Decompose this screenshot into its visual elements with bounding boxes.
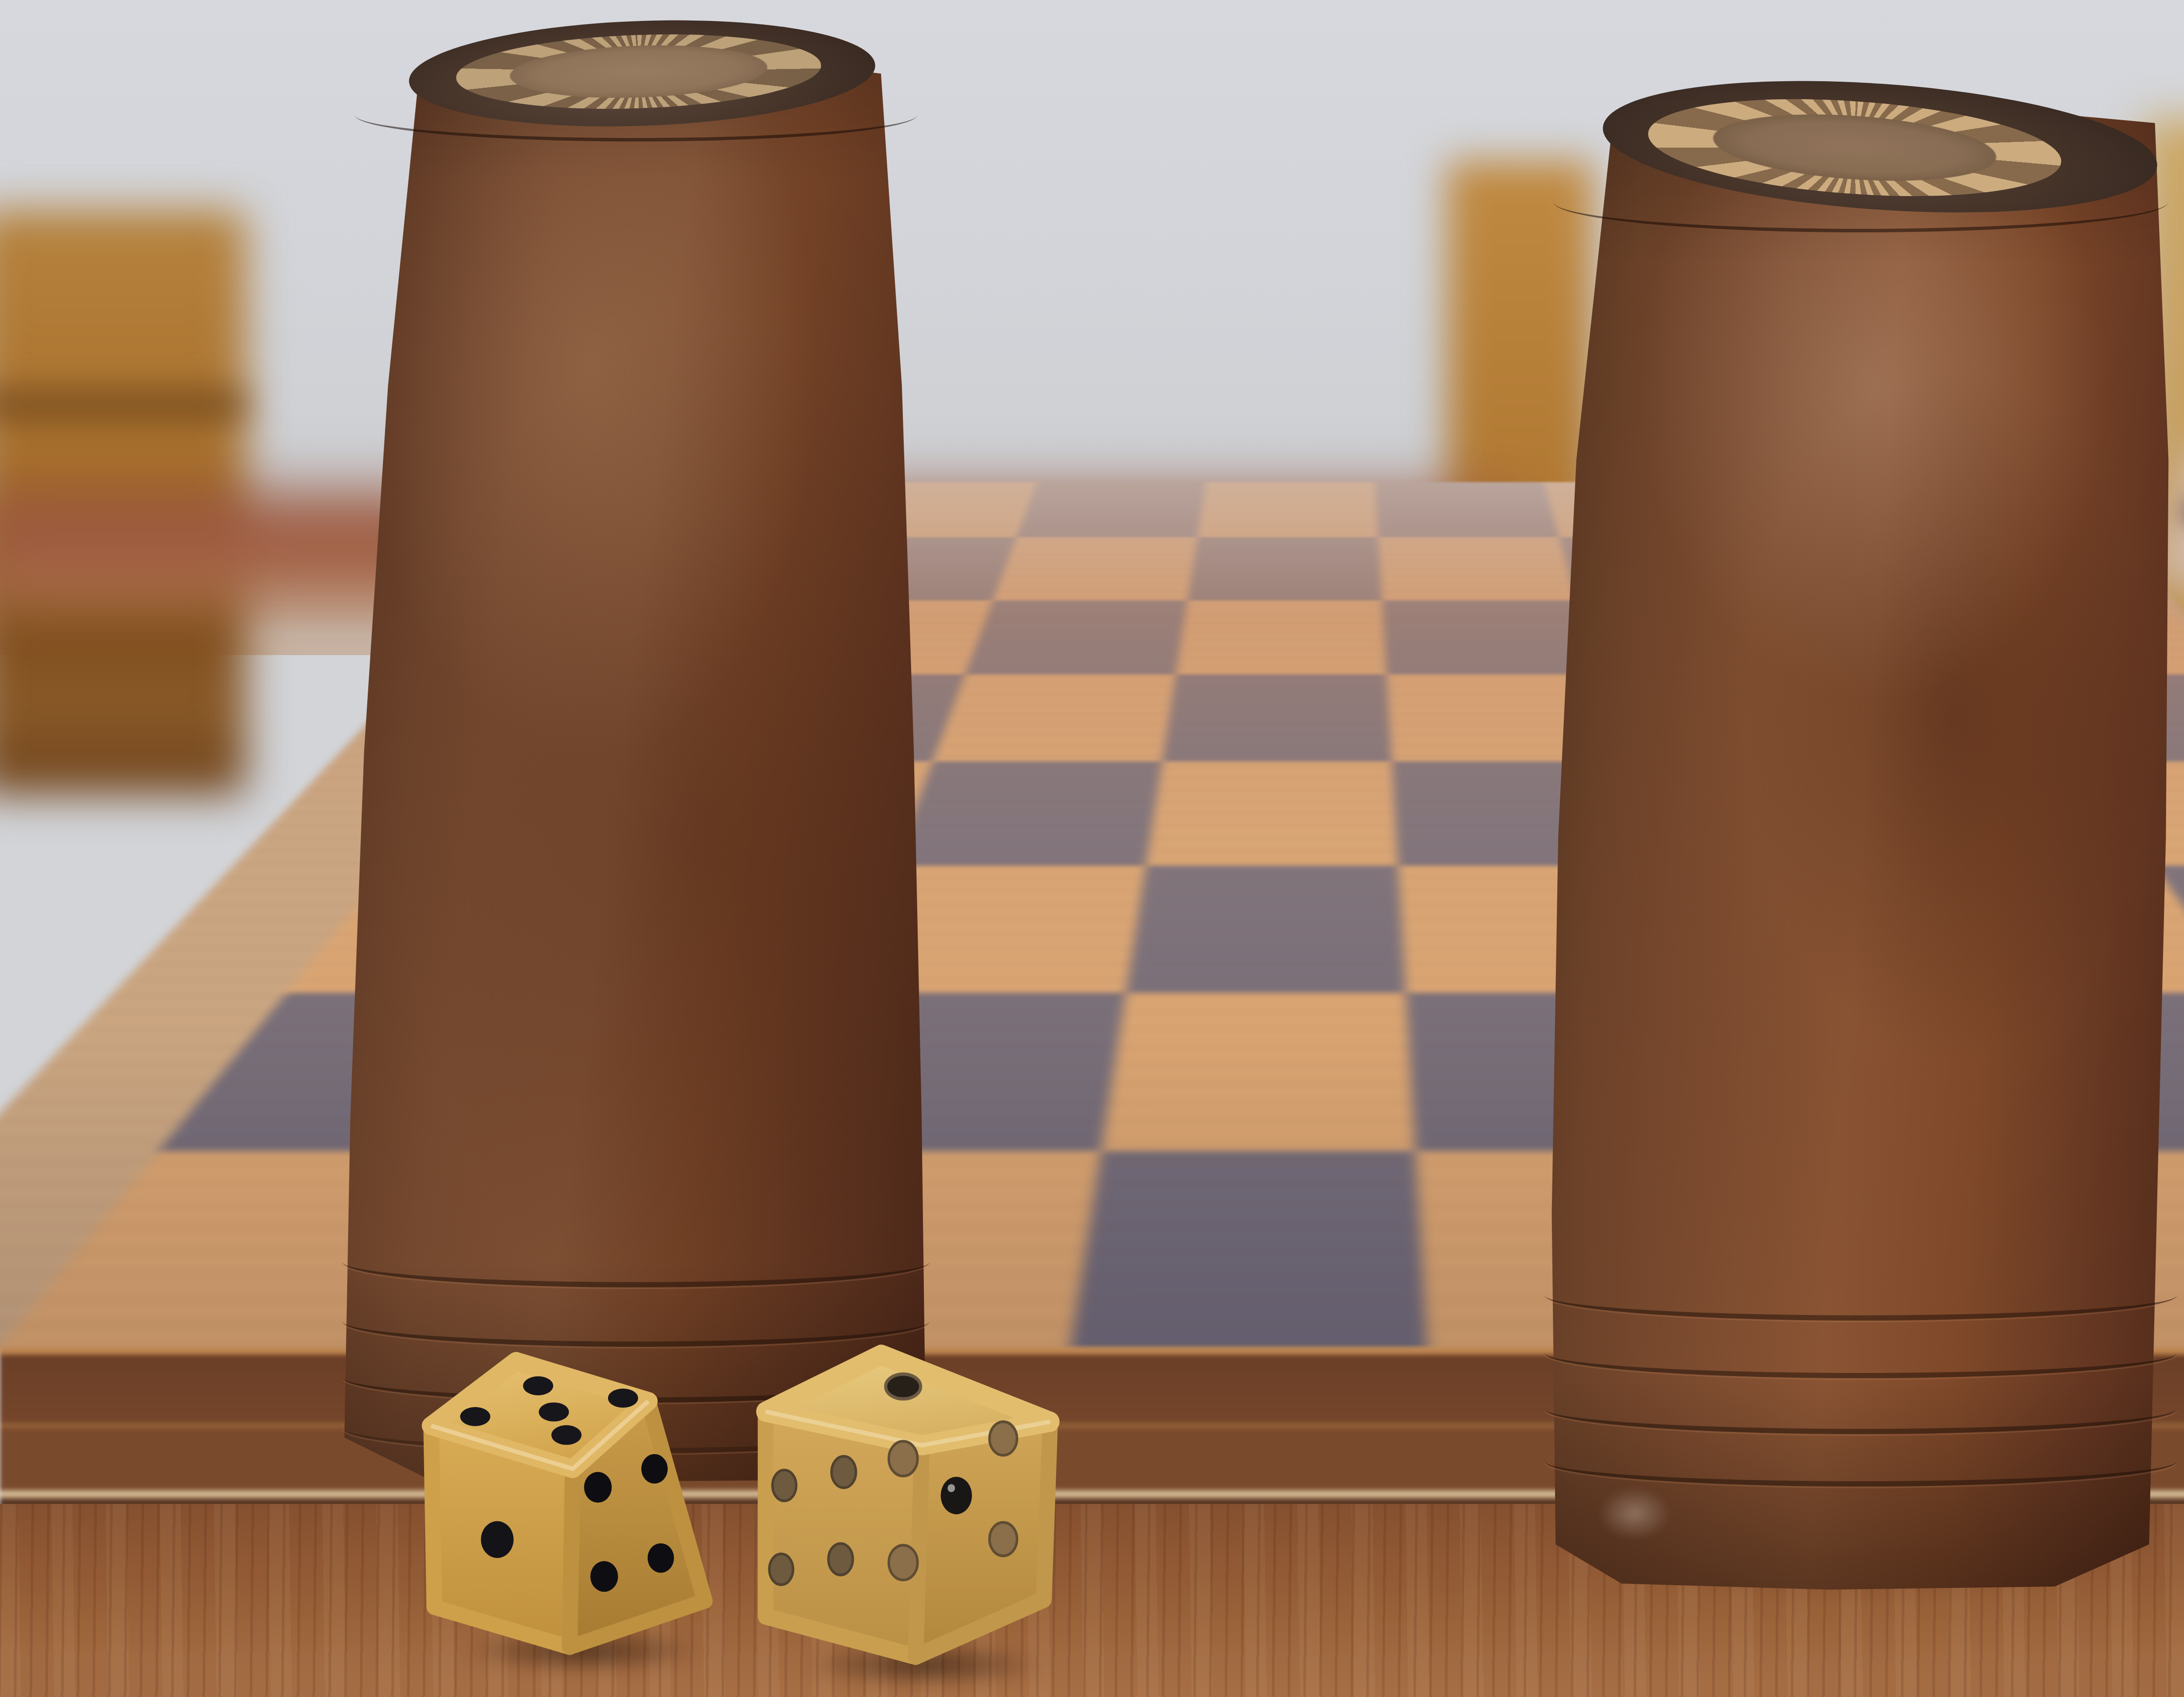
right-cup-groove-ring xyxy=(1544,1383,2177,1434)
background-box-left-lid-line xyxy=(0,393,245,417)
dice-cup-left xyxy=(337,21,935,1481)
scene-stage xyxy=(0,0,2184,1697)
right-cup-seam xyxy=(1554,171,2168,232)
dice-cup-right xyxy=(1538,84,2184,1590)
die-right-black-center-pip xyxy=(941,1477,972,1514)
right-cup-scuff-mark xyxy=(1583,1476,1686,1552)
die-left-one-pip xyxy=(481,1521,514,1558)
die-right-svg xyxy=(753,1335,1066,1670)
die-right-top-pip xyxy=(886,1374,921,1399)
right-cup-groove-ring xyxy=(1544,1328,2177,1378)
die-left xyxy=(412,1352,727,1659)
left-cup-groove-ring xyxy=(343,1236,929,1287)
left-cup-seam xyxy=(355,88,917,141)
die-right xyxy=(753,1335,1066,1670)
photo-viewport xyxy=(0,0,2184,1697)
die-left-svg xyxy=(412,1352,727,1659)
die-right-face-five xyxy=(916,1422,1050,1657)
